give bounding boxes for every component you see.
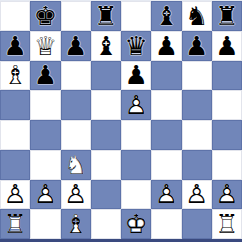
square-a2[interactable]: ♟♙ [0, 180, 30, 210]
square-d1[interactable] [91, 209, 121, 239]
square-d3[interactable] [91, 150, 121, 180]
white-piece-outline: ♙ [0, 180, 30, 210]
piece-black-knight: ♞ [182, 1, 212, 31]
piece-white-pawn: ♟♙ [182, 180, 212, 210]
piece-black-bishop: ♝ [91, 31, 121, 61]
square-f2[interactable]: ♟♙ [151, 180, 181, 210]
piece-black-pawn: ♟ [0, 31, 30, 61]
piece-white-pawn: ♟♙ [30, 180, 60, 210]
square-c5[interactable] [61, 90, 91, 120]
piece-white-knight: ♞♘ [61, 150, 91, 180]
piece-black-rook: ♜ [91, 1, 121, 31]
square-h5[interactable] [212, 90, 242, 120]
piece-white-pawn: ♟♙ [61, 180, 91, 210]
square-g6[interactable] [182, 61, 212, 91]
square-h4[interactable] [212, 120, 242, 150]
square-c7[interactable]: ♟ [61, 31, 91, 61]
square-g2[interactable]: ♟♙ [182, 180, 212, 210]
piece-white-pawn: ♟♙ [0, 180, 30, 210]
square-f6[interactable] [151, 61, 181, 91]
square-g5[interactable] [182, 90, 212, 120]
square-a3[interactable] [0, 150, 30, 180]
square-c8[interactable] [61, 1, 91, 31]
square-d8[interactable]: ♜ [91, 1, 121, 31]
square-f4[interactable] [151, 120, 181, 150]
piece-white-pawn: ♟♙ [151, 180, 181, 210]
square-e8[interactable] [121, 1, 151, 31]
piece-black-pawn: ♟ [61, 31, 91, 61]
square-a8[interactable] [0, 1, 30, 31]
square-b3[interactable] [30, 150, 60, 180]
square-b7[interactable]: ♛♕ [30, 31, 60, 61]
piece-black-queen: ♛ [121, 31, 151, 61]
square-d7[interactable]: ♝ [91, 31, 121, 61]
piece-white-king: ♚♔ [121, 209, 151, 239]
piece-white-pawn: ♟♙ [212, 180, 242, 210]
square-f7[interactable]: ♟ [151, 31, 181, 61]
square-e5[interactable]: ♟♙ [121, 90, 151, 120]
square-e4[interactable] [121, 120, 151, 150]
piece-black-pawn: ♟ [30, 61, 60, 91]
white-piece-outline: ♗ [61, 209, 91, 239]
square-a7[interactable]: ♟ [0, 31, 30, 61]
square-e6[interactable]: ♟ [121, 61, 151, 91]
square-d5[interactable] [91, 90, 121, 120]
square-h6[interactable] [212, 61, 242, 91]
piece-black-pawn: ♟ [212, 31, 242, 61]
square-g8[interactable]: ♞ [182, 1, 212, 31]
square-c4[interactable] [61, 120, 91, 150]
square-f1[interactable] [151, 209, 181, 239]
square-h7[interactable]: ♟ [212, 31, 242, 61]
white-piece-outline: ♙ [121, 90, 151, 120]
piece-black-king: ♚ [30, 1, 60, 31]
white-piece-outline: ♙ [30, 180, 60, 210]
square-e1[interactable]: ♚♔ [121, 209, 151, 239]
square-c2[interactable]: ♟♙ [61, 180, 91, 210]
square-b2[interactable]: ♟♙ [30, 180, 60, 210]
piece-black-rook: ♜ [212, 1, 242, 31]
square-c1[interactable]: ♝♗ [61, 209, 91, 239]
white-piece-outline: ♔ [121, 209, 151, 239]
piece-black-pawn: ♟ [182, 31, 212, 61]
white-piece-outline: ♙ [212, 180, 242, 210]
square-d6[interactable] [91, 61, 121, 91]
piece-white-rook: ♜♖ [212, 209, 242, 239]
square-g4[interactable] [182, 120, 212, 150]
square-h3[interactable] [212, 150, 242, 180]
white-piece-outline: ♗ [0, 61, 30, 91]
white-piece-outline: ♖ [0, 209, 30, 239]
square-h1[interactable]: ♜♖ [212, 209, 242, 239]
chess-board: ♚♜♝♞♜♟♛♕♟♝♛♟♟♟♝♗♟♟♟♙♞♘♟♙♟♙♟♙♟♙♟♙♟♙♜♖♝♗♚♔… [0, 0, 242, 242]
white-piece-outline: ♖ [212, 209, 242, 239]
square-e3[interactable] [121, 150, 151, 180]
square-b8[interactable]: ♚ [30, 1, 60, 31]
white-piece-outline: ♙ [151, 180, 181, 210]
square-a1[interactable]: ♜♖ [0, 209, 30, 239]
square-b4[interactable] [30, 120, 60, 150]
piece-white-rook: ♜♖ [0, 209, 30, 239]
piece-white-queen: ♛♕ [30, 31, 60, 61]
piece-black-bishop: ♝ [151, 1, 181, 31]
square-e7[interactable]: ♛ [121, 31, 151, 61]
white-piece-outline: ♙ [61, 180, 91, 210]
square-b5[interactable] [30, 90, 60, 120]
square-c6[interactable] [61, 61, 91, 91]
white-piece-outline: ♕ [30, 31, 60, 61]
square-h8[interactable]: ♜ [212, 1, 242, 31]
square-f8[interactable]: ♝ [151, 1, 181, 31]
square-g1[interactable] [182, 209, 212, 239]
square-f3[interactable] [151, 150, 181, 180]
square-e2[interactable] [121, 180, 151, 210]
square-f5[interactable] [151, 90, 181, 120]
square-g7[interactable]: ♟ [182, 31, 212, 61]
square-a5[interactable] [0, 90, 30, 120]
square-b1[interactable] [30, 209, 60, 239]
piece-white-bishop: ♝♗ [61, 209, 91, 239]
piece-black-pawn: ♟ [121, 61, 151, 91]
square-a6[interactable]: ♝♗ [0, 61, 30, 91]
square-h2[interactable]: ♟♙ [212, 180, 242, 210]
square-c3[interactable]: ♞♘ [61, 150, 91, 180]
square-a4[interactable] [0, 120, 30, 150]
square-d2[interactable] [91, 180, 121, 210]
white-piece-outline: ♙ [182, 180, 212, 210]
piece-white-pawn: ♟♙ [121, 90, 151, 120]
square-g3[interactable] [182, 150, 212, 180]
white-piece-outline: ♘ [61, 150, 91, 180]
piece-black-pawn: ♟ [151, 31, 181, 61]
square-d4[interactable] [91, 120, 121, 150]
piece-white-bishop: ♝♗ [0, 61, 30, 91]
square-b6[interactable]: ♟ [30, 61, 60, 91]
